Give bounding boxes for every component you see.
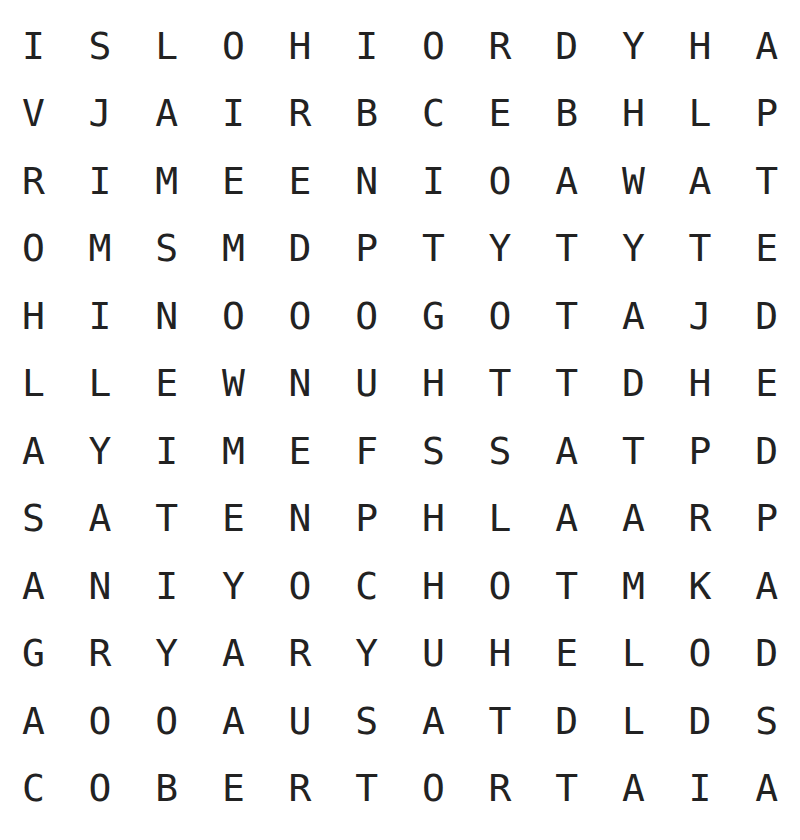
grid-cell-r5c3[interactable]: N xyxy=(133,282,200,350)
grid-cell-r8c7[interactable]: H xyxy=(400,485,467,553)
grid-cell-r12c6[interactable]: T xyxy=(333,755,400,823)
grid-cell-r11c5[interactable]: U xyxy=(267,687,334,755)
grid-cell-r1c2[interactable]: S xyxy=(67,12,134,80)
grid-cell-r12c1[interactable]: C xyxy=(0,755,67,823)
grid-cell-r9c3[interactable]: I xyxy=(133,552,200,620)
grid-cell-r8c11[interactable]: R xyxy=(667,485,734,553)
grid-cell-r8c9[interactable]: A xyxy=(533,485,600,553)
grid-cell-r1c3[interactable]: L xyxy=(133,12,200,80)
grid-cell-r5c8[interactable]: O xyxy=(467,282,534,350)
grid-cell-r7c4[interactable]: M xyxy=(200,417,267,485)
grid-cell-r7c3[interactable]: I xyxy=(133,417,200,485)
grid-cell-r1c11[interactable]: H xyxy=(667,12,734,80)
grid-cell-r8c8[interactable]: L xyxy=(467,485,534,553)
grid-cell-r12c5[interactable]: R xyxy=(267,755,334,823)
grid-cell-r2c5[interactable]: R xyxy=(267,80,334,148)
grid-cell-r5c10[interactable]: A xyxy=(600,282,667,350)
grid-cell-r10c9[interactable]: E xyxy=(533,620,600,688)
grid-cell-r1c6[interactable]: I xyxy=(333,12,400,80)
grid-cell-r4c4[interactable]: M xyxy=(200,215,267,283)
grid-cell-r11c1[interactable]: A xyxy=(0,687,67,755)
grid-cell-r2c12[interactable]: P xyxy=(733,80,800,148)
grid-cell-r8c12[interactable]: P xyxy=(733,485,800,553)
grid-cell-r9c9[interactable]: T xyxy=(533,552,600,620)
grid-cell-r10c7[interactable]: U xyxy=(400,620,467,688)
grid-cell-r2c7[interactable]: C xyxy=(400,80,467,148)
grid-cell-r9c4[interactable]: Y xyxy=(200,552,267,620)
grid-cell-r7c12[interactable]: D xyxy=(733,417,800,485)
grid-cell-r3c1[interactable]: R xyxy=(0,147,67,215)
grid-cell-r3c2[interactable]: I xyxy=(67,147,134,215)
grid-cell-r12c10[interactable]: A xyxy=(600,755,667,823)
grid-cell-r11c4[interactable]: A xyxy=(200,687,267,755)
grid-cell-r5c6[interactable]: O xyxy=(333,282,400,350)
grid-cell-r12c12[interactable]: A xyxy=(733,755,800,823)
grid-cell-r9c7[interactable]: H xyxy=(400,552,467,620)
grid-cell-r11c6[interactable]: S xyxy=(333,687,400,755)
grid-cell-r1c12[interactable]: A xyxy=(733,12,800,80)
grid-cell-r10c4[interactable]: A xyxy=(200,620,267,688)
grid-cell-r7c6[interactable]: F xyxy=(333,417,400,485)
grid-cell-r6c10[interactable]: D xyxy=(600,350,667,418)
grid-cell-r5c1[interactable]: H xyxy=(0,282,67,350)
grid-cell-r5c4[interactable]: O xyxy=(200,282,267,350)
grid-cell-r6c5[interactable]: N xyxy=(267,350,334,418)
grid-cell-r9c11[interactable]: K xyxy=(667,552,734,620)
grid-cell-r10c10[interactable]: L xyxy=(600,620,667,688)
grid-cell-r3c5[interactable]: E xyxy=(267,147,334,215)
grid-cell-r7c10[interactable]: T xyxy=(600,417,667,485)
grid-cell-r7c7[interactable]: S xyxy=(400,417,467,485)
grid-cell-r6c11[interactable]: H xyxy=(667,350,734,418)
grid-cell-r3c12[interactable]: T xyxy=(733,147,800,215)
grid-cell-r4c12[interactable]: E xyxy=(733,215,800,283)
grid-cell-r12c2[interactable]: O xyxy=(67,755,134,823)
grid-cell-r4c1[interactable]: O xyxy=(0,215,67,283)
grid-cell-r9c10[interactable]: M xyxy=(600,552,667,620)
grid-cell-r11c10[interactable]: L xyxy=(600,687,667,755)
grid-cell-r2c1[interactable]: V xyxy=(0,80,67,148)
grid-cell-r4c8[interactable]: Y xyxy=(467,215,534,283)
grid-cell-r2c8[interactable]: E xyxy=(467,80,534,148)
grid-cell-r6c1[interactable]: L xyxy=(0,350,67,418)
grid-cell-r8c5[interactable]: N xyxy=(267,485,334,553)
grid-cell-r6c12[interactable]: E xyxy=(733,350,800,418)
grid-cell-r6c2[interactable]: L xyxy=(67,350,134,418)
grid-cell-r12c3[interactable]: B xyxy=(133,755,200,823)
grid-cell-r6c7[interactable]: H xyxy=(400,350,467,418)
grid-cell-r8c2[interactable]: A xyxy=(67,485,134,553)
grid-cell-r5c7[interactable]: G xyxy=(400,282,467,350)
grid-cell-r3c9[interactable]: A xyxy=(533,147,600,215)
grid-cell-r10c5[interactable]: R xyxy=(267,620,334,688)
grid-cell-r12c11[interactable]: I xyxy=(667,755,734,823)
grid-cell-r6c6[interactable]: U xyxy=(333,350,400,418)
grid-cell-r10c1[interactable]: G xyxy=(0,620,67,688)
grid-cell-r11c3[interactable]: O xyxy=(133,687,200,755)
grid-cell-r6c9[interactable]: T xyxy=(533,350,600,418)
grid-cell-r9c1[interactable]: A xyxy=(0,552,67,620)
grid-cell-r2c2[interactable]: J xyxy=(67,80,134,148)
grid-cell-r5c2[interactable]: I xyxy=(67,282,134,350)
grid-cell-r2c6[interactable]: B xyxy=(333,80,400,148)
grid-cell-r9c2[interactable]: N xyxy=(67,552,134,620)
grid-cell-r1c9[interactable]: D xyxy=(533,12,600,80)
grid-cell-r12c4[interactable]: E xyxy=(200,755,267,823)
grid-cell-r12c7[interactable]: O xyxy=(400,755,467,823)
grid-cell-r8c10[interactable]: A xyxy=(600,485,667,553)
grid-cell-r12c8[interactable]: R xyxy=(467,755,534,823)
grid-cell-r2c9[interactable]: B xyxy=(533,80,600,148)
grid-cell-r6c4[interactable]: W xyxy=(200,350,267,418)
grid-cell-r11c9[interactable]: D xyxy=(533,687,600,755)
grid-cell-r3c8[interactable]: O xyxy=(467,147,534,215)
grid-cell-r1c8[interactable]: R xyxy=(467,12,534,80)
grid-cell-r7c1[interactable]: A xyxy=(0,417,67,485)
grid-cell-r5c11[interactable]: J xyxy=(667,282,734,350)
grid-cell-r7c5[interactable]: E xyxy=(267,417,334,485)
grid-cell-r10c11[interactable]: O xyxy=(667,620,734,688)
grid-cell-r1c5[interactable]: H xyxy=(267,12,334,80)
grid-cell-r12c9[interactable]: T xyxy=(533,755,600,823)
grid-cell-r9c8[interactable]: O xyxy=(467,552,534,620)
grid-cell-r10c12[interactable]: D xyxy=(733,620,800,688)
grid-cell-r11c11[interactable]: D xyxy=(667,687,734,755)
grid-cell-r10c8[interactable]: H xyxy=(467,620,534,688)
grid-cell-r6c3[interactable]: E xyxy=(133,350,200,418)
grid-cell-r11c12[interactable]: S xyxy=(733,687,800,755)
grid-cell-r3c11[interactable]: A xyxy=(667,147,734,215)
grid-cell-r5c5[interactable]: O xyxy=(267,282,334,350)
grid-cell-r2c4[interactable]: I xyxy=(200,80,267,148)
grid-cell-r10c3[interactable]: Y xyxy=(133,620,200,688)
grid-cell-r4c2[interactable]: M xyxy=(67,215,134,283)
grid-cell-r3c7[interactable]: I xyxy=(400,147,467,215)
grid-cell-r8c1[interactable]: S xyxy=(0,485,67,553)
grid-cell-r7c8[interactable]: S xyxy=(467,417,534,485)
word-search-grid: ISLOHIORDYHAVJAIRBCEBHLPRIMEENIOAWATOMSM… xyxy=(0,0,800,840)
grid-cell-r1c10[interactable]: Y xyxy=(600,12,667,80)
grid-cell-r4c11[interactable]: T xyxy=(667,215,734,283)
grid-cell-r8c3[interactable]: T xyxy=(133,485,200,553)
grid-cell-r8c6[interactable]: P xyxy=(333,485,400,553)
grid-cell-r4c6[interactable]: P xyxy=(333,215,400,283)
grid-cell-r5c12[interactable]: D xyxy=(733,282,800,350)
grid-cell-r3c10[interactable]: W xyxy=(600,147,667,215)
grid-cell-r4c9[interactable]: T xyxy=(533,215,600,283)
grid-cell-r4c7[interactable]: T xyxy=(400,215,467,283)
grid-cell-r6c8[interactable]: T xyxy=(467,350,534,418)
grid-cell-r7c2[interactable]: Y xyxy=(67,417,134,485)
grid-cell-r4c10[interactable]: Y xyxy=(600,215,667,283)
grid-cell-r11c7[interactable]: A xyxy=(400,687,467,755)
grid-cell-r4c5[interactable]: D xyxy=(267,215,334,283)
grid-cell-r5c9[interactable]: T xyxy=(533,282,600,350)
grid-cell-r11c2[interactable]: O xyxy=(67,687,134,755)
grid-cell-r9c5[interactable]: O xyxy=(267,552,334,620)
grid-cell-r3c4[interactable]: E xyxy=(200,147,267,215)
grid-cell-r7c11[interactable]: P xyxy=(667,417,734,485)
grid-cell-r1c7[interactable]: O xyxy=(400,12,467,80)
grid-cell-r3c6[interactable]: N xyxy=(333,147,400,215)
grid-cell-r2c11[interactable]: L xyxy=(667,80,734,148)
grid-cell-r9c12[interactable]: A xyxy=(733,552,800,620)
grid-cell-r2c3[interactable]: A xyxy=(133,80,200,148)
grid-cell-r4c3[interactable]: S xyxy=(133,215,200,283)
grid-cell-r8c4[interactable]: E xyxy=(200,485,267,553)
grid-cell-r10c2[interactable]: R xyxy=(67,620,134,688)
grid-cell-r9c6[interactable]: C xyxy=(333,552,400,620)
grid-cell-r2c10[interactable]: H xyxy=(600,80,667,148)
grid-cell-r10c6[interactable]: Y xyxy=(333,620,400,688)
grid-cell-r1c1[interactable]: I xyxy=(0,12,67,80)
grid-cell-r7c9[interactable]: A xyxy=(533,417,600,485)
grid-cell-r1c4[interactable]: O xyxy=(200,12,267,80)
grid-cell-r3c3[interactable]: M xyxy=(133,147,200,215)
grid-cell-r11c8[interactable]: T xyxy=(467,687,534,755)
word-search-page: ISLOHIORDYHAVJAIRBCEBHLPRIMEENIOAWATOMSM… xyxy=(0,0,800,840)
